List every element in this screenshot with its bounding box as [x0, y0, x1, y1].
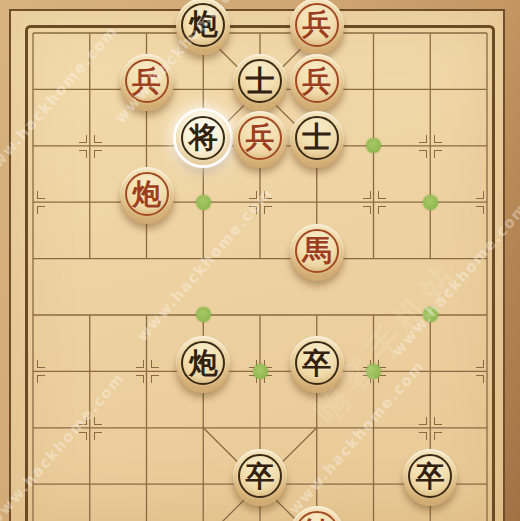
black-advisor-piece[interactable]: 士	[290, 111, 344, 165]
point-marker	[130, 354, 164, 388]
piece-character: 卒	[302, 349, 331, 378]
black-soldier-piece[interactable]: 卒	[233, 449, 287, 503]
piece-character: 兵	[246, 123, 275, 152]
point-marker	[243, 185, 277, 219]
move-hint-dot[interactable]	[366, 364, 381, 379]
red-cannon-piece[interactable]: 炮	[120, 167, 174, 221]
black-soldier-piece[interactable]: 卒	[403, 449, 457, 503]
board-intersection-grid: 炮兵兵士兵将兵士炮馬炮卒卒卒帥	[5, 5, 516, 521]
red-soldier-piece[interactable]: 兵	[120, 54, 174, 108]
move-hint-dot[interactable]	[253, 364, 268, 379]
black-cannon-piece[interactable]: 炮	[176, 0, 230, 52]
piece-character: 士	[246, 67, 275, 96]
black-soldier-piece[interactable]: 卒	[290, 336, 344, 390]
piece-character: 将	[189, 123, 218, 152]
point-marker	[413, 411, 447, 445]
black-general-piece[interactable]: 将	[176, 111, 230, 165]
piece-character: 馬	[302, 236, 331, 265]
piece-character: 炮	[189, 349, 218, 378]
piece-character: 卒	[246, 462, 275, 491]
red-soldier-piece[interactable]: 兵	[290, 54, 344, 108]
point-marker	[357, 185, 391, 219]
red-soldier-piece[interactable]: 兵	[290, 0, 344, 52]
point-marker	[470, 185, 504, 219]
point-marker	[16, 354, 50, 388]
red-general-piece[interactable]: 帥	[290, 506, 344, 521]
black-advisor-piece[interactable]: 士	[233, 54, 287, 108]
point-marker	[470, 354, 504, 388]
move-hint-dot[interactable]	[423, 307, 438, 322]
piece-character: 炮	[189, 10, 218, 39]
piece-character: 炮	[132, 180, 161, 209]
red-horse-piece[interactable]: 馬	[290, 224, 344, 278]
move-hint-dot[interactable]	[196, 195, 211, 210]
point-marker	[73, 129, 107, 163]
piece-character: 士	[302, 123, 331, 152]
move-hint-dot[interactable]	[423, 195, 438, 210]
piece-character: 兵	[302, 67, 331, 96]
red-soldier-piece[interactable]: 兵	[233, 111, 287, 165]
black-cannon-piece[interactable]: 炮	[176, 336, 230, 390]
point-marker	[73, 411, 107, 445]
move-hint-dot[interactable]	[366, 138, 381, 153]
xiangqi-board-screen: 炮兵兵士兵将兵士炮馬炮卒卒卒帥 www.hackhome.com www.hac…	[0, 0, 520, 521]
piece-character: 兵	[302, 10, 331, 39]
point-marker	[413, 129, 447, 163]
move-hint-dot[interactable]	[196, 307, 211, 322]
piece-character: 兵	[132, 67, 161, 96]
point-marker	[16, 185, 50, 219]
piece-character: 卒	[416, 462, 445, 491]
